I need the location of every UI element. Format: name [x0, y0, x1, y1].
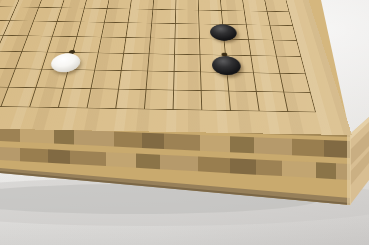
bamboo-block: [282, 161, 316, 178]
black-stone: [210, 24, 238, 41]
bamboo-block: [74, 130, 114, 147]
bamboo-block: [136, 154, 160, 170]
bamboo-block: [20, 148, 48, 163]
board-grid: [0, 0, 332, 123]
bamboo-block: [198, 157, 230, 174]
bamboo-block: [200, 135, 230, 152]
bamboo-block: [106, 152, 136, 168]
bamboo-block: [316, 162, 336, 179]
bamboo-block: [114, 132, 142, 148]
bamboo-block: [230, 136, 254, 153]
bamboo-block: [160, 155, 198, 172]
go-board-photo-scene: [0, 0, 369, 245]
bamboo-block: [292, 139, 324, 157]
bamboo-block: [142, 133, 164, 149]
bamboo-block: [48, 149, 70, 164]
bamboo-block: [256, 159, 282, 176]
bamboo-block: [324, 140, 350, 158]
black-stone: [212, 56, 242, 76]
go-board: [0, 0, 352, 135]
bamboo-block: [164, 134, 200, 151]
bamboo-block: [254, 137, 292, 155]
bamboo-block: [20, 128, 54, 144]
corner-edge-highlight: [347, 132, 351, 205]
bamboo-block: [230, 158, 256, 174]
bamboo-block: [54, 129, 74, 144]
white-stone: [48, 53, 82, 72]
bamboo-block: [0, 127, 20, 142]
bamboo-block: [0, 147, 20, 161]
bamboo-block: [70, 150, 106, 166]
